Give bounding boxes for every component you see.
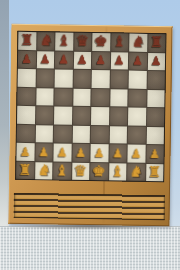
black-pawn[interactable]: ♟: [40, 53, 51, 65]
black-pawn[interactable]: ♟: [151, 55, 162, 67]
square-c8[interactable]: ♝: [55, 32, 73, 50]
square-c5[interactable]: [54, 88, 72, 106]
square-h5[interactable]: [147, 89, 165, 107]
square-c3[interactable]: [54, 125, 72, 143]
square-a8[interactable]: ♜: [18, 32, 36, 50]
square-c1[interactable]: ♝: [53, 162, 71, 180]
square-d8[interactable]: ♛: [74, 33, 92, 51]
board-well: ♜♞♝♛♚♝♞♜♟♟♟♟♟♟♟♟♟♟♟♟♟♟♟♟♜♞♝♛♚♝♞♜: [15, 31, 166, 182]
square-b1[interactable]: ♞: [35, 162, 53, 180]
square-h7[interactable]: ♟: [147, 52, 165, 70]
square-h6[interactable]: [147, 71, 165, 89]
square-e3[interactable]: [91, 126, 109, 144]
white-pawn[interactable]: ♟: [131, 147, 142, 159]
black-pawn[interactable]: ♟: [21, 53, 32, 65]
square-b7[interactable]: ♟: [36, 51, 54, 69]
black-pawn[interactable]: ♟: [58, 54, 69, 66]
square-d7[interactable]: ♟: [73, 51, 91, 69]
square-d2[interactable]: ♟: [72, 144, 90, 162]
square-g4[interactable]: [128, 108, 146, 126]
square-d5[interactable]: [73, 88, 91, 106]
square-g8[interactable]: ♞: [129, 34, 147, 52]
piece-tray-slats: [14, 193, 165, 220]
square-d1[interactable]: ♛: [72, 162, 90, 180]
square-d3[interactable]: [72, 125, 90, 143]
square-e5[interactable]: [91, 89, 109, 107]
square-c4[interactable]: [54, 106, 72, 124]
square-f4[interactable]: [110, 107, 128, 125]
square-f1[interactable]: ♝: [109, 163, 127, 181]
square-g3[interactable]: [128, 126, 146, 144]
square-g7[interactable]: ♟: [129, 52, 147, 70]
square-e1[interactable]: ♚: [90, 163, 108, 181]
white-bishop[interactable]: ♝: [55, 163, 69, 178]
square-f5[interactable]: [110, 89, 128, 107]
square-d4[interactable]: [73, 107, 91, 125]
black-queen[interactable]: ♛: [76, 34, 90, 49]
white-bishop[interactable]: ♝: [111, 164, 125, 179]
white-king[interactable]: ♚: [92, 164, 106, 179]
white-rook[interactable]: ♜: [18, 163, 32, 178]
square-a7[interactable]: ♟: [18, 50, 36, 68]
square-f8[interactable]: ♝: [111, 33, 129, 51]
black-rook[interactable]: ♜: [20, 33, 34, 48]
black-bishop[interactable]: ♝: [113, 35, 127, 50]
black-king[interactable]: ♚: [94, 34, 108, 49]
white-pawn[interactable]: ♟: [38, 146, 49, 158]
square-h3[interactable]: [146, 126, 164, 144]
square-b3[interactable]: [35, 125, 53, 143]
white-queen[interactable]: ♛: [74, 163, 88, 178]
black-pawn[interactable]: ♟: [132, 55, 143, 67]
square-c6[interactable]: [55, 69, 73, 87]
square-f7[interactable]: ♟: [110, 52, 128, 70]
floor: [0, 226, 180, 270]
white-pawn[interactable]: ♟: [94, 147, 105, 159]
square-a5[interactable]: [17, 87, 35, 105]
white-knight[interactable]: ♞: [129, 164, 143, 179]
square-b8[interactable]: ♞: [37, 32, 55, 50]
square-b5[interactable]: [36, 88, 54, 106]
black-pawn[interactable]: ♟: [114, 55, 125, 67]
chessboard-frame: ♜♞♝♛♚♝♞♜♟♟♟♟♟♟♟♟♟♟♟♟♟♟♟♟♜♞♝♛♚♝♞♜: [8, 24, 172, 227]
white-pawn[interactable]: ♟: [112, 147, 123, 159]
square-b2[interactable]: ♟: [35, 143, 53, 161]
square-e2[interactable]: ♟: [90, 144, 108, 162]
square-a3[interactable]: [17, 124, 35, 142]
square-f3[interactable]: [109, 126, 127, 144]
square-b4[interactable]: [36, 106, 54, 124]
white-pawn[interactable]: ♟: [57, 146, 68, 158]
wall-corner-shadow: [0, 0, 9, 227]
white-rook[interactable]: ♜: [148, 165, 162, 180]
square-h2[interactable]: ♟: [146, 145, 164, 163]
square-b6[interactable]: [36, 69, 54, 87]
black-rook[interactable]: ♜: [150, 35, 164, 50]
white-pawn[interactable]: ♟: [75, 147, 86, 159]
white-knight[interactable]: ♞: [37, 163, 51, 178]
square-h8[interactable]: ♜: [148, 34, 166, 52]
square-d6[interactable]: [73, 70, 91, 88]
chessboard[interactable]: ♜♞♝♛♚♝♞♜♟♟♟♟♟♟♟♟♟♟♟♟♟♟♟♟♜♞♝♛♚♝♞♜: [16, 32, 165, 181]
square-a1[interactable]: ♜: [16, 161, 34, 179]
square-g2[interactable]: ♟: [127, 145, 145, 163]
black-pawn[interactable]: ♟: [77, 54, 88, 66]
white-pawn[interactable]: ♟: [20, 146, 31, 158]
square-g1[interactable]: ♞: [127, 163, 145, 181]
square-g5[interactable]: [128, 89, 146, 107]
square-g6[interactable]: [129, 71, 147, 89]
square-a2[interactable]: ♟: [16, 143, 34, 161]
black-bishop[interactable]: ♝: [57, 34, 71, 49]
white-pawn[interactable]: ♟: [149, 148, 160, 160]
black-knight[interactable]: ♞: [131, 35, 145, 50]
photo-of-wall-chessboard: ♜♞♝♛♚♝♞♜♟♟♟♟♟♟♟♟♟♟♟♟♟♟♟♟♜♞♝♛♚♝♞♜: [0, 0, 180, 270]
square-a6[interactable]: [18, 69, 36, 87]
square-h4[interactable]: [147, 108, 165, 126]
square-e6[interactable]: [92, 70, 110, 88]
black-pawn[interactable]: ♟: [95, 54, 106, 66]
square-f2[interactable]: ♟: [109, 144, 127, 162]
square-e7[interactable]: ♟: [92, 52, 110, 70]
black-knight[interactable]: ♞: [39, 33, 53, 48]
square-e4[interactable]: [91, 107, 109, 125]
square-a4[interactable]: [17, 106, 35, 124]
square-f6[interactable]: [110, 70, 128, 88]
square-h1[interactable]: ♜: [146, 163, 164, 181]
square-c7[interactable]: ♟: [55, 51, 73, 69]
square-c2[interactable]: ♟: [53, 143, 71, 161]
square-e8[interactable]: ♚: [92, 33, 110, 51]
